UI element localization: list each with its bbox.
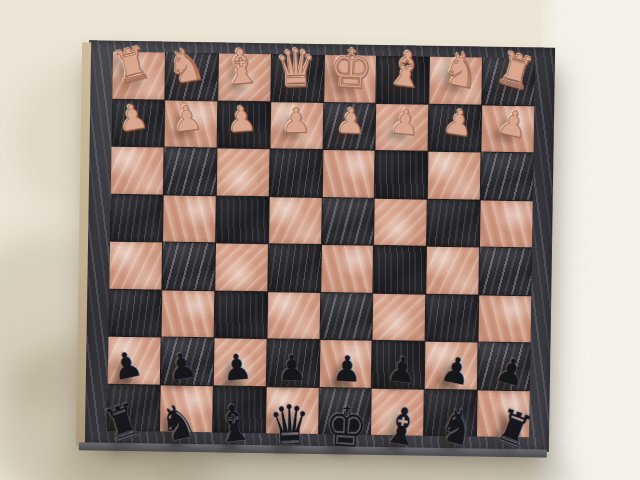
square-a3 <box>109 289 162 336</box>
square-c4 <box>215 243 268 290</box>
pink-pawn: ♟ <box>115 98 150 137</box>
square-f3 <box>373 293 426 340</box>
square-e1: ♚ <box>319 388 372 435</box>
square-b1: ♞ <box>160 385 213 432</box>
square-a6 <box>111 147 164 194</box>
square-f6 <box>375 151 428 198</box>
square-d8: ♛ <box>271 54 324 101</box>
pink-queen: ♛ <box>275 41 318 95</box>
square-h5 <box>480 200 533 247</box>
square-b4 <box>162 243 215 290</box>
square-h7: ♟ <box>482 105 535 152</box>
pink-pawn: ♟ <box>495 104 531 144</box>
square-g2: ♟ <box>425 342 478 389</box>
square-g4 <box>427 247 480 294</box>
board-side-face <box>76 42 91 446</box>
board-grid: ♜♞♝♛♚♝♞♜♟♟♟♟♟♟♟♟♟♟♟♟♟♟♟♟♜♞♝♛♚♝♞♜ <box>107 52 535 438</box>
square-b6 <box>164 148 217 195</box>
pink-pawn: ♟ <box>281 103 311 138</box>
square-a7: ♟ <box>112 99 165 146</box>
square-h4 <box>479 248 532 295</box>
square-f2: ♟ <box>372 341 425 388</box>
square-c6 <box>217 148 270 195</box>
pink-knight: ♞ <box>438 44 483 96</box>
square-f4 <box>374 246 427 293</box>
black-bishop: ♝ <box>212 397 257 452</box>
square-b5 <box>163 195 216 242</box>
square-f5 <box>374 198 427 245</box>
black-pawn: ♟ <box>277 350 307 386</box>
black-pawn: ♟ <box>492 350 530 392</box>
square-g5 <box>427 199 480 246</box>
square-a2: ♟ <box>108 337 161 384</box>
pink-rook: ♜ <box>493 45 540 98</box>
square-d1: ♛ <box>266 387 319 434</box>
square-a5 <box>110 194 163 241</box>
square-d7: ♟ <box>270 102 323 149</box>
square-f8: ♝ <box>377 56 430 103</box>
square-d4 <box>268 244 321 291</box>
black-pawn: ♟ <box>385 350 419 389</box>
square-g3 <box>426 294 479 341</box>
square-g6 <box>428 152 481 199</box>
square-e3 <box>320 293 373 340</box>
square-b8: ♞ <box>165 53 218 100</box>
square-b2: ♟ <box>161 338 214 385</box>
square-d2: ♟ <box>266 339 319 386</box>
square-g8: ♞ <box>430 57 483 104</box>
black-king: ♚ <box>323 397 370 456</box>
square-c7: ♟ <box>217 101 270 148</box>
chess-board: ♜♞♝♛♚♝♞♜♟♟♟♟♟♟♟♟♟♟♟♟♟♟♟♟♜♞♝♛♚♝♞♜ <box>83 40 555 451</box>
square-a4 <box>109 242 162 289</box>
pink-knight: ♞ <box>165 40 209 91</box>
square-e4 <box>321 245 374 292</box>
square-c5 <box>216 196 269 243</box>
pink-pawn: ♟ <box>442 104 477 143</box>
square-e7: ♟ <box>323 103 376 150</box>
square-h1: ♜ <box>477 390 530 437</box>
square-d5 <box>269 197 322 244</box>
black-pawn: ♟ <box>331 350 362 387</box>
pink-pawn: ♟ <box>170 100 204 138</box>
black-bishop: ♝ <box>379 399 425 455</box>
black-pawn: ♟ <box>164 346 199 386</box>
square-h6 <box>481 153 534 200</box>
pink-pawn: ♟ <box>335 103 366 139</box>
square-h8: ♜ <box>482 58 535 105</box>
square-a8: ♜ <box>112 52 165 99</box>
black-pawn: ♟ <box>220 348 253 386</box>
square-e6 <box>322 150 375 197</box>
square-c2: ♟ <box>214 338 267 385</box>
square-b3 <box>161 290 214 337</box>
square-f1: ♝ <box>371 388 424 435</box>
pink-king: ♚ <box>328 41 374 97</box>
black-queen: ♛ <box>268 397 312 454</box>
black-pawn: ♟ <box>438 350 474 391</box>
pink-bishop: ♝ <box>220 41 263 93</box>
square-g1: ♞ <box>424 389 477 436</box>
square-g7: ♟ <box>429 104 482 151</box>
pink-pawn: ♟ <box>388 103 421 140</box>
square-b7: ♟ <box>164 100 217 147</box>
pink-bishop: ♝ <box>384 43 428 96</box>
square-c1: ♝ <box>213 386 266 433</box>
square-h3 <box>479 295 532 342</box>
board-bottom-edge <box>79 442 547 457</box>
black-pawn: ♟ <box>109 345 146 386</box>
square-e8: ♚ <box>324 55 377 102</box>
square-f7: ♟ <box>376 103 429 150</box>
square-a1: ♜ <box>107 384 160 431</box>
square-d6 <box>269 149 322 196</box>
square-h2: ♟ <box>478 343 531 390</box>
pink-rook: ♜ <box>109 39 155 91</box>
pink-pawn: ♟ <box>225 101 257 138</box>
square-c8: ♝ <box>218 53 271 100</box>
square-e2: ♟ <box>319 340 372 387</box>
square-d3 <box>267 292 320 339</box>
square-e5 <box>322 198 375 245</box>
square-c3 <box>214 291 267 338</box>
